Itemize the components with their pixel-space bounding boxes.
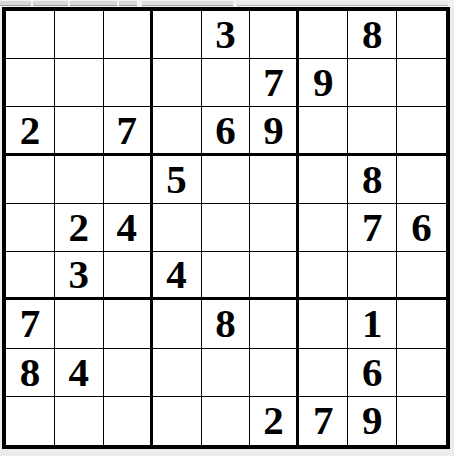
cell-r5c8[interactable]: 7 [348,204,397,252]
cell-r4c8[interactable]: 8 [348,156,397,204]
cell-r1c6[interactable] [250,11,299,59]
cell-r3c5[interactable]: 6 [202,107,251,155]
cell-r6c3[interactable] [104,252,153,300]
cell-r9c4[interactable] [153,397,202,445]
cell-r4c5[interactable] [202,156,251,204]
cell-r7c7[interactable] [299,300,348,348]
cell-r8c7[interactable] [299,349,348,397]
cell-r9c5[interactable] [202,397,251,445]
cell-r1c7[interactable] [299,11,348,59]
clipped-button-5[interactable] [142,1,233,6]
cell-r8c1[interactable]: 8 [6,349,55,397]
cell-r9c2[interactable] [55,397,104,445]
cell-r7c2[interactable] [55,300,104,348]
cell-r6c4[interactable]: 4 [153,252,202,300]
cell-r3c6[interactable]: 9 [250,107,299,155]
cell-r7c3[interactable] [104,300,153,348]
cell-r8c2[interactable]: 4 [55,349,104,397]
cell-r6c2[interactable]: 3 [55,252,104,300]
cell-r4c2[interactable] [55,156,104,204]
cell-r4c1[interactable] [6,156,55,204]
clipped-button-4[interactable] [119,1,137,6]
cell-r3c1[interactable]: 2 [6,107,55,155]
cell-r9c7[interactable]: 7 [299,397,348,445]
cell-r6c9[interactable] [397,252,446,300]
clipped-toolbar-strip [0,0,454,7]
cell-r4c6[interactable] [250,156,299,204]
cell-r5c5[interactable] [202,204,251,252]
cell-r4c4[interactable]: 5 [153,156,202,204]
cell-r1c9[interactable] [397,11,446,59]
cell-r1c2[interactable] [55,11,104,59]
cell-r7c1[interactable]: 7 [6,300,55,348]
cell-r5c1[interactable] [6,204,55,252]
cell-r5c9[interactable]: 6 [397,204,446,252]
cell-r2c4[interactable] [153,59,202,107]
cell-r8c5[interactable] [202,349,251,397]
cell-r4c9[interactable] [397,156,446,204]
clipped-panel [237,1,448,6]
cell-r9c1[interactable] [6,397,55,445]
cell-r9c3[interactable] [104,397,153,445]
cell-r7c9[interactable] [397,300,446,348]
cell-r5c3[interactable]: 4 [104,204,153,252]
cell-r1c1[interactable] [6,11,55,59]
cell-r1c3[interactable] [104,11,153,59]
cell-r6c1[interactable] [6,252,55,300]
cell-r7c8[interactable]: 1 [348,300,397,348]
cell-r2c6[interactable]: 7 [250,59,299,107]
cell-r6c6[interactable] [250,252,299,300]
cell-r2c5[interactable] [202,59,251,107]
cell-r2c7[interactable]: 9 [299,59,348,107]
cell-r5c4[interactable] [153,204,202,252]
cell-r3c8[interactable] [348,107,397,155]
cell-r4c3[interactable] [104,156,153,204]
cell-r3c3[interactable]: 7 [104,107,153,155]
clipped-button-3[interactable] [70,1,117,6]
cell-r2c3[interactable] [104,59,153,107]
cell-r1c5[interactable]: 3 [202,11,251,59]
cell-r3c4[interactable] [153,107,202,155]
cell-r3c9[interactable] [397,107,446,155]
sudoku-board: 3879276958247634781846279 [2,7,450,449]
cell-r3c7[interactable] [299,107,348,155]
clipped-button-2[interactable] [33,1,68,6]
cell-r6c7[interactable] [299,252,348,300]
cell-r8c4[interactable] [153,349,202,397]
cell-r1c4[interactable] [153,11,202,59]
cell-r7c4[interactable] [153,300,202,348]
cell-r8c9[interactable] [397,349,446,397]
cell-r2c1[interactable] [6,59,55,107]
clipped-button-1[interactable] [0,1,31,6]
cell-r6c5[interactable] [202,252,251,300]
cell-r1c8[interactable]: 8 [348,11,397,59]
cell-r2c8[interactable] [348,59,397,107]
cell-r9c8[interactable]: 9 [348,397,397,445]
cell-r8c6[interactable] [250,349,299,397]
cell-r7c6[interactable] [250,300,299,348]
cell-r6c8[interactable] [348,252,397,300]
cell-r3c2[interactable] [55,107,104,155]
cell-r9c6[interactable]: 2 [250,397,299,445]
cell-r5c6[interactable] [250,204,299,252]
cell-r9c9[interactable] [397,397,446,445]
cell-r8c8[interactable]: 6 [348,349,397,397]
cell-r7c5[interactable]: 8 [202,300,251,348]
cell-r8c3[interactable] [104,349,153,397]
cell-r4c7[interactable] [299,156,348,204]
cell-r5c2[interactable]: 2 [55,204,104,252]
cell-r5c7[interactable] [299,204,348,252]
cell-r2c2[interactable] [55,59,104,107]
cell-r2c9[interactable] [397,59,446,107]
